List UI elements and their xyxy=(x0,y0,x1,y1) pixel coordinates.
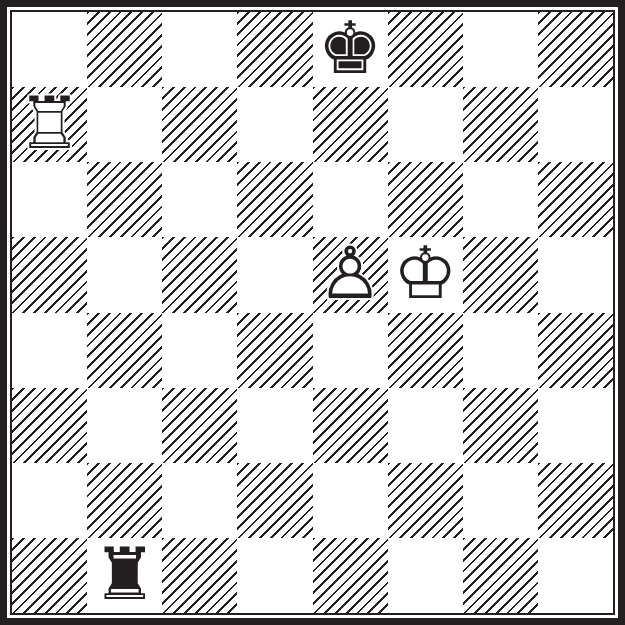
square-f6[interactable] xyxy=(388,162,463,237)
black-king[interactable]: ♚ xyxy=(313,12,388,87)
white-pawn[interactable]: ♙ xyxy=(313,237,388,312)
white-rook[interactable]: ♖ xyxy=(12,87,87,162)
chess-board: ♚♜♖♟♙♚♔♜ xyxy=(12,12,613,613)
square-b6[interactable] xyxy=(87,162,162,237)
square-e8[interactable]: ♚ xyxy=(313,12,388,87)
square-b3[interactable] xyxy=(87,388,162,463)
square-d8[interactable] xyxy=(237,12,312,87)
square-b4[interactable] xyxy=(87,313,162,388)
square-h2[interactable] xyxy=(538,463,613,538)
board-inner-frame: ♚♜♖♟♙♚♔♜ xyxy=(10,10,615,615)
square-d2[interactable] xyxy=(237,463,312,538)
square-h7[interactable] xyxy=(538,87,613,162)
square-d4[interactable] xyxy=(237,313,312,388)
square-a7[interactable]: ♜♖ xyxy=(12,87,87,162)
square-b7[interactable] xyxy=(87,87,162,162)
square-f2[interactable] xyxy=(388,463,463,538)
square-g8[interactable] xyxy=(463,12,538,87)
square-h6[interactable] xyxy=(538,162,613,237)
square-c3[interactable] xyxy=(162,388,237,463)
square-d7[interactable] xyxy=(237,87,312,162)
square-h8[interactable] xyxy=(538,12,613,87)
square-a2[interactable] xyxy=(12,463,87,538)
square-c6[interactable] xyxy=(162,162,237,237)
square-d1[interactable] xyxy=(237,538,312,613)
square-h1[interactable] xyxy=(538,538,613,613)
square-e4[interactable] xyxy=(313,313,388,388)
square-c4[interactable] xyxy=(162,313,237,388)
square-f8[interactable] xyxy=(388,12,463,87)
board-outer-frame: ♚♜♖♟♙♚♔♜ xyxy=(0,0,625,625)
square-e3[interactable] xyxy=(313,388,388,463)
chess-diagram: ♚♜♖♟♙♚♔♜ xyxy=(0,0,625,625)
square-d5[interactable] xyxy=(237,237,312,312)
square-e2[interactable] xyxy=(313,463,388,538)
square-g5[interactable] xyxy=(463,237,538,312)
square-h3[interactable] xyxy=(538,388,613,463)
square-a1[interactable] xyxy=(12,538,87,613)
square-e1[interactable] xyxy=(313,538,388,613)
square-g1[interactable] xyxy=(463,538,538,613)
square-f5[interactable]: ♚♔ xyxy=(388,237,463,312)
square-c1[interactable] xyxy=(162,538,237,613)
square-b2[interactable] xyxy=(87,463,162,538)
square-g4[interactable] xyxy=(463,313,538,388)
square-f7[interactable] xyxy=(388,87,463,162)
square-d3[interactable] xyxy=(237,388,312,463)
square-a8[interactable] xyxy=(12,12,87,87)
square-a4[interactable] xyxy=(12,313,87,388)
square-a6[interactable] xyxy=(12,162,87,237)
square-c7[interactable] xyxy=(162,87,237,162)
square-b1[interactable]: ♜ xyxy=(87,538,162,613)
square-e7[interactable] xyxy=(313,87,388,162)
square-g6[interactable] xyxy=(463,162,538,237)
square-g3[interactable] xyxy=(463,388,538,463)
square-c2[interactable] xyxy=(162,463,237,538)
square-f3[interactable] xyxy=(388,388,463,463)
square-c8[interactable] xyxy=(162,12,237,87)
square-a5[interactable] xyxy=(12,237,87,312)
square-c5[interactable] xyxy=(162,237,237,312)
square-e5[interactable]: ♟♙ xyxy=(313,237,388,312)
square-f4[interactable] xyxy=(388,313,463,388)
white-king[interactable]: ♔ xyxy=(388,237,463,312)
square-g2[interactable] xyxy=(463,463,538,538)
square-f1[interactable] xyxy=(388,538,463,613)
square-d6[interactable] xyxy=(237,162,312,237)
square-b8[interactable] xyxy=(87,12,162,87)
square-b5[interactable] xyxy=(87,237,162,312)
square-a3[interactable] xyxy=(12,388,87,463)
square-e6[interactable] xyxy=(313,162,388,237)
black-rook[interactable]: ♜ xyxy=(87,538,162,613)
square-g7[interactable] xyxy=(463,87,538,162)
square-h4[interactable] xyxy=(538,313,613,388)
square-h5[interactable] xyxy=(538,237,613,312)
